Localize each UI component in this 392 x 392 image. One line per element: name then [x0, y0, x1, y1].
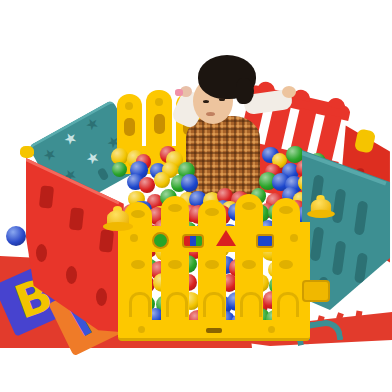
- teal-slot-cutout: [310, 226, 325, 261]
- gate-front-yellow: [118, 192, 310, 344]
- dimple: [242, 260, 256, 269]
- oval-cutout: [36, 244, 47, 262]
- dimple: [279, 206, 293, 214]
- bell-brim: [103, 222, 133, 231]
- gate-bottom-slot: [206, 328, 222, 333]
- gate-picket: [272, 250, 300, 326]
- gate-picket: [161, 250, 189, 326]
- arch-dimple: [240, 292, 262, 317]
- bell-brim: [307, 210, 335, 218]
- corner-bell-left: [103, 206, 133, 232]
- arch-dimple: [277, 292, 299, 317]
- rect-cutout: [39, 185, 54, 208]
- oval-cutout: [96, 288, 107, 306]
- oval-cutout: [66, 266, 77, 284]
- dimple: [268, 326, 275, 333]
- rect-cutout: [99, 229, 114, 252]
- teal-slot-cutout: [332, 240, 347, 275]
- dimple: [290, 234, 298, 242]
- shape-window-balls: [182, 234, 204, 248]
- dimple: [131, 210, 145, 218]
- dimple: [205, 260, 219, 269]
- corner-bell-right: [307, 195, 335, 219]
- dimple: [131, 260, 145, 269]
- arch-dimple: [166, 292, 188, 317]
- gate-picket: [124, 250, 152, 326]
- shape-window-triangle: [216, 230, 236, 246]
- dimple: [130, 234, 138, 242]
- teal-slot-cutout: [354, 200, 369, 235]
- arch-dimple: [203, 292, 225, 317]
- arch-dimple: [129, 292, 151, 317]
- dimple: [279, 260, 293, 269]
- ball-pit-photo: B K ★ ★ ★ ★ ★ ★: [0, 0, 392, 392]
- dimple: [242, 202, 256, 210]
- dimple: [168, 260, 182, 269]
- dimple: [205, 208, 219, 216]
- ball: [112, 162, 127, 177]
- ball: [181, 174, 199, 192]
- gate-latch: [302, 280, 330, 302]
- dimple: [168, 204, 182, 212]
- gate-top-rail: [118, 226, 310, 252]
- gate-picket: [235, 250, 263, 326]
- rect-cutout: [69, 207, 84, 230]
- shape-window-rect: [256, 234, 274, 248]
- ball: [154, 172, 170, 188]
- gate-picket: [198, 250, 226, 326]
- dimple: [138, 326, 145, 333]
- shape-window-circle: [152, 232, 169, 249]
- ball: [139, 177, 155, 193]
